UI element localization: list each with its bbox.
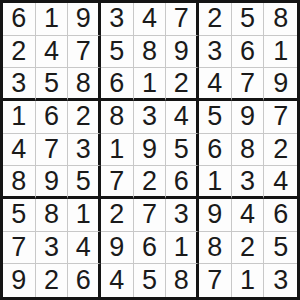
- sudoku-cell-r6c7[interactable]: 1: [199, 166, 232, 199]
- sudoku-cell-r2c9[interactable]: 1: [264, 36, 297, 69]
- sudoku-cell-r5c4[interactable]: 1: [101, 134, 134, 167]
- sudoku-cell-r1c6[interactable]: 7: [166, 3, 199, 36]
- sudoku-cell-r4c2[interactable]: 6: [36, 101, 69, 134]
- sudoku-cell-r9c3[interactable]: 6: [68, 264, 101, 297]
- sudoku-cell-r2c7[interactable]: 3: [199, 36, 232, 69]
- sudoku-cell-r4c4[interactable]: 8: [101, 101, 134, 134]
- sudoku-cell-r1c3[interactable]: 9: [68, 3, 101, 36]
- sudoku-cell-r9c7[interactable]: 7: [199, 264, 232, 297]
- sudoku-cell-r4c5[interactable]: 3: [134, 101, 167, 134]
- sudoku-cell-r5c9[interactable]: 2: [264, 134, 297, 167]
- sudoku-cell-r5c7[interactable]: 6: [199, 134, 232, 167]
- sudoku-cell-r9c4[interactable]: 4: [101, 264, 134, 297]
- sudoku-cell-r7c9[interactable]: 6: [264, 199, 297, 232]
- sudoku-cell-r5c8[interactable]: 8: [232, 134, 265, 167]
- sudoku-cell-r3c4[interactable]: 6: [101, 68, 134, 101]
- sudoku-cell-r7c7[interactable]: 9: [199, 199, 232, 232]
- sudoku-cell-r1c1[interactable]: 6: [3, 3, 36, 36]
- sudoku-cell-r8c7[interactable]: 8: [199, 232, 232, 265]
- sudoku-cell-r3c8[interactable]: 7: [232, 68, 265, 101]
- sudoku-cell-r6c8[interactable]: 3: [232, 166, 265, 199]
- sudoku-cell-r5c6[interactable]: 5: [166, 134, 199, 167]
- sudoku-cell-r5c3[interactable]: 3: [68, 134, 101, 167]
- sudoku-cell-r7c1[interactable]: 5: [3, 199, 36, 232]
- sudoku-cell-r6c6[interactable]: 6: [166, 166, 199, 199]
- sudoku-cell-r8c4[interactable]: 9: [101, 232, 134, 265]
- sudoku-cell-r2c5[interactable]: 8: [134, 36, 167, 69]
- sudoku-cell-r2c3[interactable]: 7: [68, 36, 101, 69]
- sudoku-cell-r6c5[interactable]: 2: [134, 166, 167, 199]
- sudoku-cell-r9c6[interactable]: 8: [166, 264, 199, 297]
- sudoku-cell-r9c1[interactable]: 9: [3, 264, 36, 297]
- sudoku-cell-r6c3[interactable]: 5: [68, 166, 101, 199]
- sudoku-cell-r6c4[interactable]: 7: [101, 166, 134, 199]
- sudoku-cell-r2c6[interactable]: 9: [166, 36, 199, 69]
- sudoku-cell-r3c3[interactable]: 8: [68, 68, 101, 101]
- sudoku-cell-r7c2[interactable]: 8: [36, 199, 69, 232]
- sudoku-cell-r1c2[interactable]: 1: [36, 3, 69, 36]
- sudoku-cell-r7c4[interactable]: 2: [101, 199, 134, 232]
- sudoku-cell-r2c8[interactable]: 6: [232, 36, 265, 69]
- sudoku-cell-r6c1[interactable]: 8: [3, 166, 36, 199]
- sudoku-cell-r5c2[interactable]: 7: [36, 134, 69, 167]
- sudoku-cell-r7c5[interactable]: 7: [134, 199, 167, 232]
- sudoku-cell-r2c4[interactable]: 5: [101, 36, 134, 69]
- sudoku-cell-r6c9[interactable]: 4: [264, 166, 297, 199]
- sudoku-cell-r8c8[interactable]: 2: [232, 232, 265, 265]
- sudoku-cell-r1c4[interactable]: 3: [101, 3, 134, 36]
- sudoku-cell-r7c6[interactable]: 3: [166, 199, 199, 232]
- sudoku-cell-r4c6[interactable]: 4: [166, 101, 199, 134]
- sudoku-board: 6193472582475893613586124791628345974731…: [0, 0, 300, 300]
- sudoku-cell-r8c5[interactable]: 6: [134, 232, 167, 265]
- sudoku-cell-r4c1[interactable]: 1: [3, 101, 36, 134]
- sudoku-cell-r9c8[interactable]: 1: [232, 264, 265, 297]
- sudoku-cell-r2c1[interactable]: 2: [3, 36, 36, 69]
- sudoku-cell-r1c8[interactable]: 5: [232, 3, 265, 36]
- sudoku-cell-r8c6[interactable]: 1: [166, 232, 199, 265]
- sudoku-cell-r3c9[interactable]: 9: [264, 68, 297, 101]
- sudoku-cell-r4c9[interactable]: 7: [264, 101, 297, 134]
- sudoku-cell-r9c9[interactable]: 3: [264, 264, 297, 297]
- sudoku-cell-r8c9[interactable]: 5: [264, 232, 297, 265]
- sudoku-cell-r1c7[interactable]: 2: [199, 3, 232, 36]
- sudoku-cell-r1c5[interactable]: 4: [134, 3, 167, 36]
- sudoku-cell-r5c5[interactable]: 9: [134, 134, 167, 167]
- sudoku-cell-r8c2[interactable]: 3: [36, 232, 69, 265]
- sudoku-cell-r4c8[interactable]: 9: [232, 101, 265, 134]
- sudoku-cell-r7c3[interactable]: 1: [68, 199, 101, 232]
- sudoku-cell-r8c3[interactable]: 4: [68, 232, 101, 265]
- sudoku-cell-r7c8[interactable]: 4: [232, 199, 265, 232]
- sudoku-cell-r6c2[interactable]: 9: [36, 166, 69, 199]
- sudoku-cell-r4c3[interactable]: 2: [68, 101, 101, 134]
- sudoku-cell-r3c5[interactable]: 1: [134, 68, 167, 101]
- sudoku-cell-r1c9[interactable]: 8: [264, 3, 297, 36]
- sudoku-cell-r2c2[interactable]: 4: [36, 36, 69, 69]
- sudoku-cell-r9c5[interactable]: 5: [134, 264, 167, 297]
- sudoku-cell-r3c1[interactable]: 3: [3, 68, 36, 101]
- sudoku-cell-r3c2[interactable]: 5: [36, 68, 69, 101]
- sudoku-cell-r8c1[interactable]: 7: [3, 232, 36, 265]
- sudoku-cell-r3c7[interactable]: 4: [199, 68, 232, 101]
- sudoku-cell-r3c6[interactable]: 2: [166, 68, 199, 101]
- sudoku-cell-r5c1[interactable]: 4: [3, 134, 36, 167]
- sudoku-cell-r9c2[interactable]: 2: [36, 264, 69, 297]
- sudoku-cell-r4c7[interactable]: 5: [199, 101, 232, 134]
